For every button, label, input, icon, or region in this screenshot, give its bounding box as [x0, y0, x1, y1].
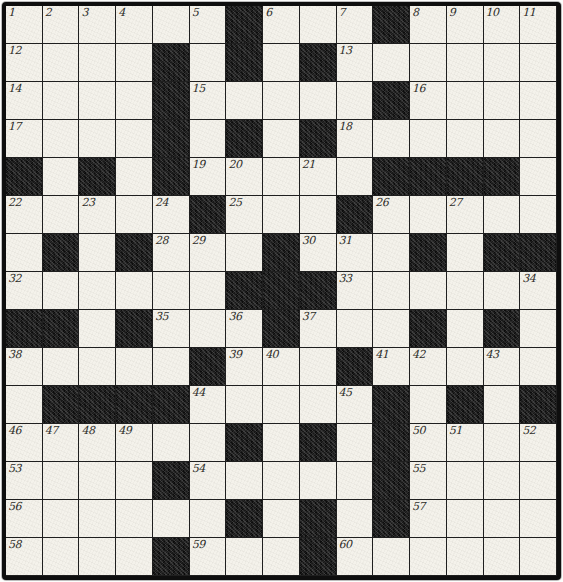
- cell-r1c3[interactable]: 3: [79, 6, 116, 44]
- clue-number-23: 23: [81, 197, 94, 208]
- cell-r4c10[interactable]: 18: [337, 120, 374, 158]
- cell-r14c12[interactable]: 57: [410, 500, 447, 538]
- black-cell-r1c11: [373, 6, 410, 44]
- cell-r1c13[interactable]: 9: [447, 6, 484, 44]
- cell-r7c6[interactable]: 29: [190, 234, 227, 272]
- cell-r2c8[interactable]: [263, 44, 300, 82]
- cell-r6c5[interactable]: 24: [153, 196, 190, 234]
- cell-r1c8[interactable]: 6: [263, 6, 300, 44]
- clue-number-29: 29: [192, 235, 205, 246]
- clue-number-9: 9: [449, 7, 456, 18]
- cell-r15c12[interactable]: [410, 538, 447, 576]
- cell-r11c14[interactable]: [484, 386, 521, 424]
- cell-r3c4[interactable]: [116, 82, 153, 120]
- cell-r15c1[interactable]: 58: [6, 538, 43, 576]
- black-cell-r11c15: [520, 386, 557, 424]
- cell-r9c7[interactable]: 36: [226, 310, 263, 348]
- cell-r10c9[interactable]: [300, 348, 337, 386]
- clue-number-26: 26: [375, 197, 388, 208]
- cell-r1c15[interactable]: 11: [520, 6, 557, 44]
- cell-r6c11[interactable]: 26: [373, 196, 410, 234]
- cell-r5c6[interactable]: 19: [190, 158, 227, 196]
- cell-r14c13[interactable]: [447, 500, 484, 538]
- clue-number-53: 53: [8, 463, 21, 474]
- black-cell-r7c2: [43, 234, 80, 272]
- cell-r6c15[interactable]: [520, 196, 557, 234]
- clue-number-42: 42: [412, 349, 425, 360]
- clue-number-3: 3: [81, 7, 88, 18]
- cell-r15c7[interactable]: [226, 538, 263, 576]
- cell-r2c11[interactable]: [373, 44, 410, 82]
- clue-number-59: 59: [192, 539, 205, 550]
- cell-r6c9[interactable]: [300, 196, 337, 234]
- black-cell-r15c9: [300, 538, 337, 576]
- cell-r4c1[interactable]: 17: [6, 120, 43, 158]
- cell-r3c14[interactable]: [484, 82, 521, 120]
- cell-r3c9[interactable]: [300, 82, 337, 120]
- cell-r9c11[interactable]: [373, 310, 410, 348]
- cell-r7c7[interactable]: [226, 234, 263, 272]
- black-cell-r7c4: [116, 234, 153, 272]
- cell-r11c8[interactable]: [263, 386, 300, 424]
- clue-number-36: 36: [228, 311, 241, 322]
- cell-r1c10[interactable]: 7: [337, 6, 374, 44]
- cell-r15c15[interactable]: [520, 538, 557, 576]
- clue-number-25: 25: [228, 197, 241, 208]
- clue-number-4: 4: [118, 7, 125, 18]
- cell-r12c14[interactable]: [484, 424, 521, 462]
- cell-r6c7[interactable]: 25: [226, 196, 263, 234]
- cell-r13c8[interactable]: [263, 462, 300, 500]
- cell-r2c14[interactable]: [484, 44, 521, 82]
- clue-number-40: 40: [265, 349, 278, 360]
- cell-r5c15[interactable]: [520, 158, 557, 196]
- black-cell-r7c14: [484, 234, 521, 272]
- cell-r15c8[interactable]: [263, 538, 300, 576]
- cell-r10c8[interactable]: 40: [263, 348, 300, 386]
- clue-number-2: 2: [45, 7, 52, 18]
- cell-r4c3[interactable]: [79, 120, 116, 158]
- clue-number-20: 20: [228, 159, 241, 170]
- black-cell-r11c13: [447, 386, 484, 424]
- cell-r7c3[interactable]: [79, 234, 116, 272]
- black-cell-r11c11: [373, 386, 410, 424]
- cell-r10c4[interactable]: [116, 348, 153, 386]
- black-cell-r13c5: [153, 462, 190, 500]
- cell-r8c10[interactable]: 33: [337, 272, 374, 310]
- cell-r4c12[interactable]: [410, 120, 447, 158]
- cell-r10c15[interactable]: [520, 348, 557, 386]
- black-cell-r5c12: [410, 158, 447, 196]
- cell-r7c13[interactable]: [447, 234, 484, 272]
- cell-r6c12[interactable]: [410, 196, 447, 234]
- cell-r13c12[interactable]: 55: [410, 462, 447, 500]
- cell-r8c6[interactable]: [190, 272, 227, 310]
- cell-r12c3[interactable]: 48: [79, 424, 116, 462]
- cell-r1c5[interactable]: [153, 6, 190, 44]
- cell-r8c13[interactable]: [447, 272, 484, 310]
- clue-number-18: 18: [339, 121, 352, 132]
- cell-r5c10[interactable]: [337, 158, 374, 196]
- black-cell-r7c8: [263, 234, 300, 272]
- cell-r3c7[interactable]: [226, 82, 263, 120]
- clue-number-19: 19: [192, 159, 205, 170]
- cell-r5c8[interactable]: [263, 158, 300, 196]
- black-cell-r7c12: [410, 234, 447, 272]
- cell-r14c15[interactable]: [520, 500, 557, 538]
- cell-r7c11[interactable]: [373, 234, 410, 272]
- black-cell-r14c7: [226, 500, 263, 538]
- clue-number-44: 44: [192, 387, 205, 398]
- cell-r13c9[interactable]: [300, 462, 337, 500]
- clue-number-30: 30: [302, 235, 315, 246]
- cell-r8c11[interactable]: [373, 272, 410, 310]
- cell-r3c15[interactable]: [520, 82, 557, 120]
- black-cell-r2c5: [153, 44, 190, 82]
- cell-r1c9[interactable]: [300, 6, 337, 44]
- clue-number-57: 57: [412, 501, 425, 512]
- clue-number-13: 13: [339, 45, 352, 56]
- cell-r12c2[interactable]: 47: [43, 424, 80, 462]
- cell-r11c12[interactable]: [410, 386, 447, 424]
- black-cell-r10c6: [190, 348, 227, 386]
- cell-r2c1[interactable]: 12: [6, 44, 43, 82]
- cell-r12c10[interactable]: [337, 424, 374, 462]
- cell-r3c3[interactable]: [79, 82, 116, 120]
- cell-r3c1[interactable]: 14: [6, 82, 43, 120]
- black-cell-r5c5: [153, 158, 190, 196]
- cell-r15c3[interactable]: [79, 538, 116, 576]
- clue-number-1: 1: [8, 7, 15, 18]
- clue-number-50: 50: [412, 425, 425, 436]
- cell-r15c6[interactable]: 59: [190, 538, 227, 576]
- cell-r4c2[interactable]: [43, 120, 80, 158]
- cell-r6c3[interactable]: 23: [79, 196, 116, 234]
- cell-r5c4[interactable]: [116, 158, 153, 196]
- cell-r12c12[interactable]: 50: [410, 424, 447, 462]
- black-cell-r9c4: [116, 310, 153, 348]
- cell-r1c4[interactable]: 4: [116, 6, 153, 44]
- cell-r2c15[interactable]: [520, 44, 557, 82]
- cell-r5c2[interactable]: [43, 158, 80, 196]
- clue-number-41: 41: [375, 349, 388, 360]
- black-cell-r1c7: [226, 6, 263, 44]
- cell-r12c6[interactable]: [190, 424, 227, 462]
- cell-r2c12[interactable]: [410, 44, 447, 82]
- cell-r13c7[interactable]: [226, 462, 263, 500]
- crossword-scan: 1234567891011121314151617181920212223242…: [0, 0, 563, 582]
- black-cell-r7c15: [520, 234, 557, 272]
- clue-number-31: 31: [339, 235, 352, 246]
- cell-r12c8[interactable]: [263, 424, 300, 462]
- cell-r7c9[interactable]: 30: [300, 234, 337, 272]
- cell-r10c13[interactable]: [447, 348, 484, 386]
- clue-number-22: 22: [8, 197, 21, 208]
- clue-number-37: 37: [302, 311, 315, 322]
- cell-r5c7[interactable]: 20: [226, 158, 263, 196]
- cell-r15c11[interactable]: [373, 538, 410, 576]
- cell-r8c2[interactable]: [43, 272, 80, 310]
- cell-r9c6[interactable]: [190, 310, 227, 348]
- black-cell-r6c10: [337, 196, 374, 234]
- clue-number-14: 14: [8, 83, 21, 94]
- black-cell-r8c8: [263, 272, 300, 310]
- cell-r3c8[interactable]: [263, 82, 300, 120]
- cell-r2c13[interactable]: [447, 44, 484, 82]
- black-cell-r5c13: [447, 158, 484, 196]
- cell-r15c4[interactable]: [116, 538, 153, 576]
- cell-r1c6[interactable]: 5: [190, 6, 227, 44]
- clue-number-27: 27: [449, 197, 462, 208]
- cell-r9c13[interactable]: [447, 310, 484, 348]
- cell-r15c2[interactable]: [43, 538, 80, 576]
- cell-r3c10[interactable]: [337, 82, 374, 120]
- cell-r14c4[interactable]: [116, 500, 153, 538]
- cell-r3c13[interactable]: [447, 82, 484, 120]
- black-cell-r12c11: [373, 424, 410, 462]
- clue-number-6: 6: [265, 7, 272, 18]
- cell-r7c10[interactable]: 31: [337, 234, 374, 272]
- clue-number-24: 24: [155, 197, 168, 208]
- cell-r2c3[interactable]: [79, 44, 116, 82]
- cell-r4c14[interactable]: [484, 120, 521, 158]
- cell-r12c5[interactable]: [153, 424, 190, 462]
- clue-number-55: 55: [412, 463, 425, 474]
- clue-number-45: 45: [339, 387, 352, 398]
- black-cell-r8c7: [226, 272, 263, 310]
- cell-r2c10[interactable]: 13: [337, 44, 374, 82]
- black-cell-r14c9: [300, 500, 337, 538]
- clue-number-21: 21: [302, 159, 315, 170]
- cell-r15c13[interactable]: [447, 538, 484, 576]
- black-cell-r11c5: [153, 386, 190, 424]
- black-cell-r14c11: [373, 500, 410, 538]
- cell-r3c2[interactable]: [43, 82, 80, 120]
- cell-r1c2[interactable]: 2: [43, 6, 80, 44]
- cell-r11c6[interactable]: 44: [190, 386, 227, 424]
- black-cell-r10c10: [337, 348, 374, 386]
- clue-number-8: 8: [412, 7, 419, 18]
- clue-number-60: 60: [339, 539, 352, 550]
- cell-r2c2[interactable]: [43, 44, 80, 82]
- clue-number-28: 28: [155, 235, 168, 246]
- cell-r9c10[interactable]: [337, 310, 374, 348]
- black-cell-r2c9: [300, 44, 337, 82]
- cell-r8c14[interactable]: [484, 272, 521, 310]
- cell-r8c5[interactable]: [153, 272, 190, 310]
- cell-r10c11[interactable]: 41: [373, 348, 410, 386]
- cell-r11c1[interactable]: [6, 386, 43, 424]
- cell-r4c15[interactable]: [520, 120, 557, 158]
- black-cell-r9c14: [484, 310, 521, 348]
- cell-r11c10[interactable]: 45: [337, 386, 374, 424]
- cell-r14c10[interactable]: [337, 500, 374, 538]
- cell-r6c13[interactable]: 27: [447, 196, 484, 234]
- cell-r9c3[interactable]: [79, 310, 116, 348]
- cell-r9c15[interactable]: [520, 310, 557, 348]
- cell-r13c13[interactable]: [447, 462, 484, 500]
- cell-r13c1[interactable]: 53: [6, 462, 43, 500]
- cell-r13c6[interactable]: 54: [190, 462, 227, 500]
- clue-number-48: 48: [81, 425, 94, 436]
- cell-r10c7[interactable]: 39: [226, 348, 263, 386]
- clue-number-39: 39: [228, 349, 241, 360]
- black-cell-r2c7: [226, 44, 263, 82]
- cell-r14c1[interactable]: 56: [6, 500, 43, 538]
- cell-r12c13[interactable]: 51: [447, 424, 484, 462]
- clue-number-15: 15: [192, 83, 205, 94]
- clue-number-49: 49: [118, 425, 131, 436]
- cell-r8c1[interactable]: 32: [6, 272, 43, 310]
- cell-r8c12[interactable]: [410, 272, 447, 310]
- cell-r11c7[interactable]: [226, 386, 263, 424]
- clue-number-11: 11: [522, 7, 535, 18]
- cell-r10c2[interactable]: [43, 348, 80, 386]
- cell-r8c3[interactable]: [79, 272, 116, 310]
- cell-r6c14[interactable]: [484, 196, 521, 234]
- cell-r9c5[interactable]: 35: [153, 310, 190, 348]
- clue-number-10: 10: [486, 7, 499, 18]
- cell-r3c12[interactable]: 16: [410, 82, 447, 120]
- cell-r3c6[interactable]: 15: [190, 82, 227, 120]
- clue-number-58: 58: [8, 539, 21, 550]
- clue-number-16: 16: [412, 83, 425, 94]
- cell-r6c2[interactable]: [43, 196, 80, 234]
- black-cell-r9c2: [43, 310, 80, 348]
- cell-r14c8[interactable]: [263, 500, 300, 538]
- black-cell-r11c4: [116, 386, 153, 424]
- cell-r6c1[interactable]: 22: [6, 196, 43, 234]
- cell-r14c5[interactable]: [153, 500, 190, 538]
- clue-number-34: 34: [522, 273, 535, 284]
- black-cell-r3c11: [373, 82, 410, 120]
- cell-r4c4[interactable]: [116, 120, 153, 158]
- cell-r13c14[interactable]: [484, 462, 521, 500]
- black-cell-r4c7: [226, 120, 263, 158]
- cell-r13c3[interactable]: [79, 462, 116, 500]
- cell-r10c14[interactable]: 43: [484, 348, 521, 386]
- black-cell-r6c6: [190, 196, 227, 234]
- cell-r12c15[interactable]: 52: [520, 424, 557, 462]
- cell-r10c5[interactable]: [153, 348, 190, 386]
- cell-r10c12[interactable]: 42: [410, 348, 447, 386]
- cell-r4c8[interactable]: [263, 120, 300, 158]
- clue-number-43: 43: [486, 349, 499, 360]
- cell-r13c2[interactable]: [43, 462, 80, 500]
- clue-number-51: 51: [449, 425, 462, 436]
- cell-r10c3[interactable]: [79, 348, 116, 386]
- cell-r15c10[interactable]: 60: [337, 538, 374, 576]
- cell-r10c1[interactable]: 38: [6, 348, 43, 386]
- cell-r2c4[interactable]: [116, 44, 153, 82]
- cell-r13c15[interactable]: [520, 462, 557, 500]
- cell-r15c14[interactable]: [484, 538, 521, 576]
- black-cell-r5c1: [6, 158, 43, 196]
- clue-number-12: 12: [8, 45, 21, 56]
- black-cell-r9c1: [6, 310, 43, 348]
- cell-r12c4[interactable]: 49: [116, 424, 153, 462]
- cell-r13c4[interactable]: [116, 462, 153, 500]
- cell-r8c15[interactable]: 34: [520, 272, 557, 310]
- cell-r11c9[interactable]: [300, 386, 337, 424]
- cell-r1c1[interactable]: 1: [6, 6, 43, 44]
- crossword-grid: 1234567891011121314151617181920212223242…: [2, 2, 561, 580]
- black-cell-r13c11: [373, 462, 410, 500]
- clue-number-33: 33: [339, 273, 352, 284]
- clue-number-38: 38: [8, 349, 21, 360]
- cell-r6c4[interactable]: [116, 196, 153, 234]
- cell-r2c6[interactable]: [190, 44, 227, 82]
- clue-number-56: 56: [8, 501, 21, 512]
- black-cell-r4c9: [300, 120, 337, 158]
- cell-r9c9[interactable]: 37: [300, 310, 337, 348]
- cell-r12c1[interactable]: 46: [6, 424, 43, 462]
- black-cell-r5c3: [79, 158, 116, 196]
- cell-r1c14[interactable]: 10: [484, 6, 521, 44]
- black-cell-r12c7: [226, 424, 263, 462]
- clue-number-35: 35: [155, 311, 168, 322]
- clue-number-5: 5: [192, 7, 199, 18]
- cell-r7c5[interactable]: 28: [153, 234, 190, 272]
- cell-r14c3[interactable]: [79, 500, 116, 538]
- black-cell-r5c14: [484, 158, 521, 196]
- black-cell-r12c9: [300, 424, 337, 462]
- black-cell-r11c3: [79, 386, 116, 424]
- cell-r4c6[interactable]: [190, 120, 227, 158]
- black-cell-r9c12: [410, 310, 447, 348]
- cell-r7c1[interactable]: [6, 234, 43, 272]
- cell-r5c9[interactable]: 21: [300, 158, 337, 196]
- cell-r4c11[interactable]: [373, 120, 410, 158]
- cell-r14c6[interactable]: [190, 500, 227, 538]
- cell-r1c12[interactable]: 8: [410, 6, 447, 44]
- black-cell-r4c5: [153, 120, 190, 158]
- black-cell-r9c8: [263, 310, 300, 348]
- cell-r4c13[interactable]: [447, 120, 484, 158]
- cell-r8c4[interactable]: [116, 272, 153, 310]
- clue-number-52: 52: [522, 425, 535, 436]
- clue-number-54: 54: [192, 463, 205, 474]
- black-cell-r5c11: [373, 158, 410, 196]
- clue-number-32: 32: [8, 273, 21, 284]
- black-cell-r3c5: [153, 82, 190, 120]
- clue-number-7: 7: [339, 7, 346, 18]
- clue-number-17: 17: [8, 121, 21, 132]
- cell-r14c2[interactable]: [43, 500, 80, 538]
- cell-r14c14[interactable]: [484, 500, 521, 538]
- cell-r6c8[interactable]: [263, 196, 300, 234]
- cell-r13c10[interactable]: [337, 462, 374, 500]
- black-cell-r8c9: [300, 272, 337, 310]
- black-cell-r15c5: [153, 538, 190, 576]
- clue-number-46: 46: [8, 425, 21, 436]
- clue-number-47: 47: [45, 425, 58, 436]
- black-cell-r11c2: [43, 386, 80, 424]
